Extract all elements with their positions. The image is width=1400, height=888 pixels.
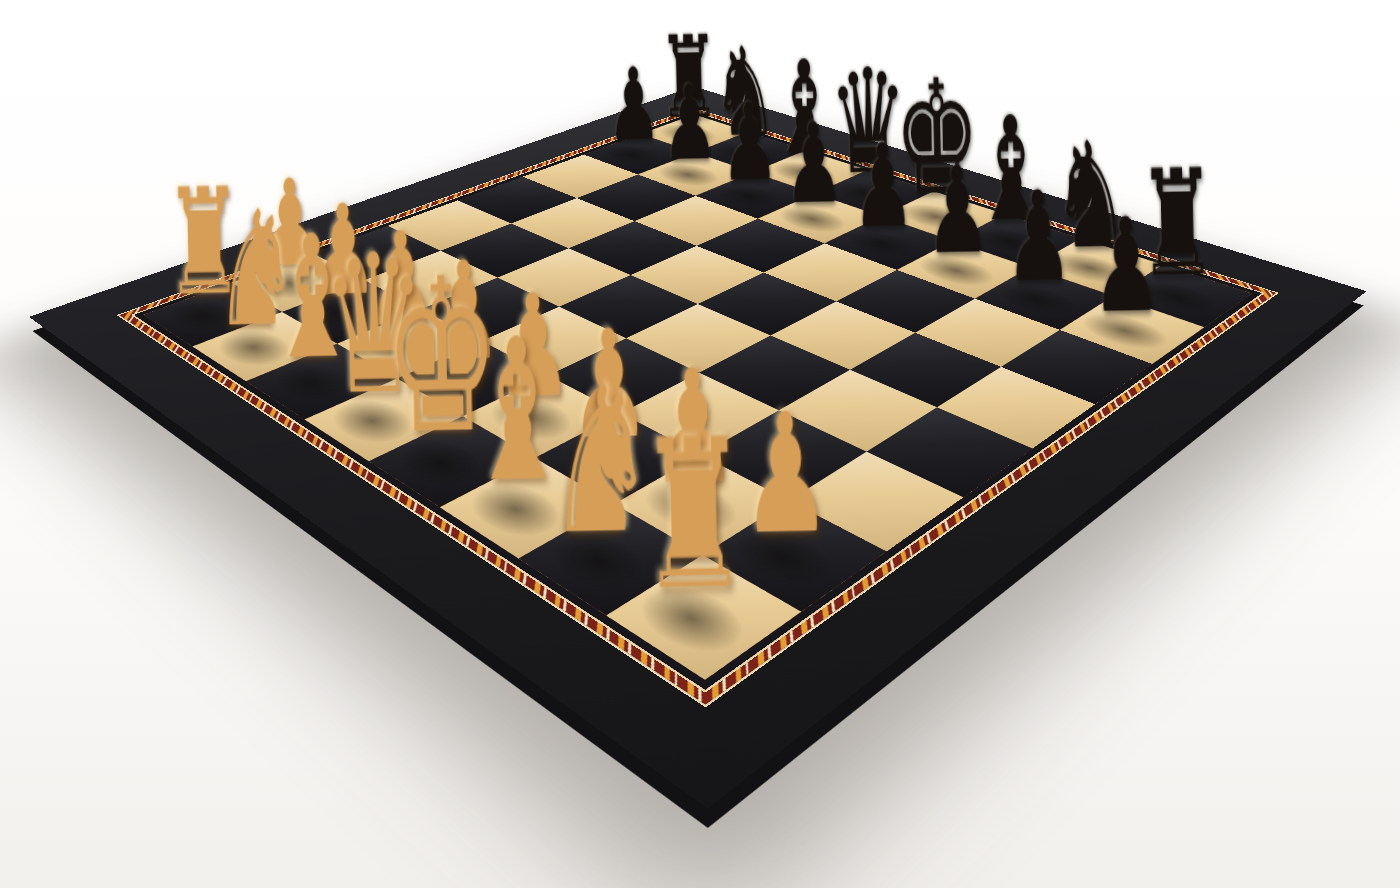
- playing-field: ♜♞♝♛♚♝♞♜♟♟♟♟♟♟♟♟♟♟♟♟♟♟♟♟♜♞♝♛♚♝♞♜: [134, 112, 1262, 690]
- scene: ♜♞♝♛♚♝♞♜♟♟♟♟♟♟♟♟♟♟♟♟♟♟♟♟♜♞♝♛♚♝♞♜: [0, 0, 1400, 888]
- board-grid: ♜♞♝♛♚♝♞♜♟♟♟♟♟♟♟♟♟♟♟♟♟♟♟♟♜♞♝♛♚♝♞♜: [144, 114, 1253, 679]
- white-rook-h1[interactable]: ♜: [586, 411, 802, 621]
- square-h1[interactable]: ♜: [606, 555, 801, 680]
- chess-board: ♜♞♝♛♚♝♞♜♟♟♟♟♟♟♟♟♟♟♟♟♟♟♟♟♜♞♝♛♚♝♞♜: [29, 86, 1367, 808]
- perspective-scene: ♜♞♝♛♚♝♞♜♟♟♟♟♟♟♟♟♟♟♟♟♟♟♟♟♜♞♝♛♚♝♞♜: [0, 0, 1400, 888]
- inner-hairline-inlay: ♜♞♝♛♚♝♞♜♟♟♟♟♟♟♟♟♟♟♟♟♟♟♟♟♜♞♝♛♚♝♞♜: [131, 111, 1265, 692]
- mosaic-inlay-ribbon: ♜♞♝♛♚♝♞♜♟♟♟♟♟♟♟♟♟♟♟♟♟♟♟♟♜♞♝♛♚♝♞♜: [119, 108, 1276, 704]
- outer-hairline-inlay: ♜♞♝♛♚♝♞♜♟♟♟♟♟♟♟♟♟♟♟♟♟♟♟♟♜♞♝♛♚♝♞♜: [117, 108, 1279, 708]
- camera-tilt: ♜♞♝♛♚♝♞♜♟♟♟♟♟♟♟♟♟♟♟♟♟♟♟♟♜♞♝♛♚♝♞♜: [0, 0, 1400, 888]
- black-pawn-h7[interactable]: ♟: [1046, 200, 1206, 333]
- board-frame: ♜♞♝♛♚♝♞♜♟♟♟♟♟♟♟♟♟♟♟♟♟♟♟♟♜♞♝♛♚♝♞♜: [29, 86, 1367, 808]
